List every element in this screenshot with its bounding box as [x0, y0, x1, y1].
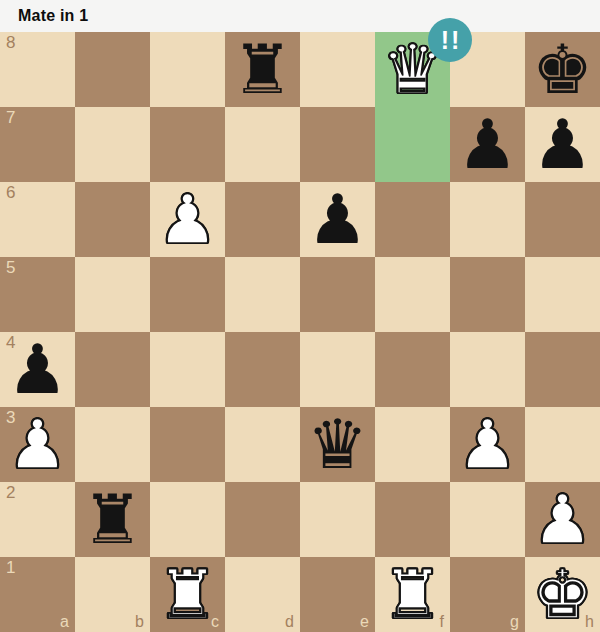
square-h7[interactable]: ♟ — [525, 107, 600, 182]
brilliant-move-badge: !! — [428, 18, 472, 62]
square-h5[interactable] — [525, 257, 600, 332]
rank-label-8: 8 — [6, 34, 15, 53]
black-rook-b2[interactable]: ♜ — [82, 482, 143, 557]
square-d3[interactable] — [225, 407, 300, 482]
square-e2[interactable] — [300, 482, 375, 557]
square-a1[interactable]: 1a — [0, 557, 75, 632]
square-e6[interactable]: ♟ — [300, 182, 375, 257]
black-pawn-g7[interactable]: ♟ — [457, 107, 518, 182]
square-h2[interactable]: ♟ — [525, 482, 600, 557]
black-pawn-a4[interactable]: ♟ — [7, 332, 68, 407]
square-b1[interactable]: b — [75, 557, 150, 632]
white-rook-f1[interactable]: ♜ — [382, 557, 443, 632]
rank-label-6: 6 — [6, 184, 15, 203]
square-f7[interactable] — [375, 107, 450, 182]
file-label-d: d — [285, 613, 294, 631]
square-e3[interactable]: ♛ — [300, 407, 375, 482]
white-pawn-a3[interactable]: ♟ — [7, 407, 68, 482]
square-f6[interactable] — [375, 182, 450, 257]
square-g7[interactable]: ♟ — [450, 107, 525, 182]
square-c4[interactable] — [150, 332, 225, 407]
file-label-e: e — [360, 613, 369, 631]
square-d7[interactable] — [225, 107, 300, 182]
square-e5[interactable] — [300, 257, 375, 332]
black-pawn-h7[interactable]: ♟ — [532, 107, 593, 182]
square-h1[interactable]: h♚ — [525, 557, 600, 632]
square-f5[interactable] — [375, 257, 450, 332]
square-g2[interactable] — [450, 482, 525, 557]
square-f1[interactable]: f♜ — [375, 557, 450, 632]
square-a4[interactable]: 4♟ — [0, 332, 75, 407]
white-king-h1[interactable]: ♚ — [532, 557, 593, 632]
square-g3[interactable]: ♟ — [450, 407, 525, 482]
square-b2[interactable]: ♜ — [75, 482, 150, 557]
square-f2[interactable] — [375, 482, 450, 557]
square-e1[interactable]: e — [300, 557, 375, 632]
white-pawn-h2[interactable]: ♟ — [532, 482, 593, 557]
square-c8[interactable] — [150, 32, 225, 107]
square-c6[interactable]: ♟ — [150, 182, 225, 257]
square-h8[interactable]: ♚ — [525, 32, 600, 107]
square-c5[interactable] — [150, 257, 225, 332]
rank-label-7: 7 — [6, 109, 15, 128]
square-h4[interactable] — [525, 332, 600, 407]
square-e7[interactable] — [300, 107, 375, 182]
black-queen-e3[interactable]: ♛ — [307, 407, 368, 482]
square-f4[interactable] — [375, 332, 450, 407]
square-a6[interactable]: 6 — [0, 182, 75, 257]
rank-label-1: 1 — [6, 559, 15, 578]
square-a7[interactable]: 7 — [0, 107, 75, 182]
square-c1[interactable]: c♜ — [150, 557, 225, 632]
white-pawn-g3[interactable]: ♟ — [457, 407, 518, 482]
square-d6[interactable] — [225, 182, 300, 257]
square-c2[interactable] — [150, 482, 225, 557]
square-b5[interactable] — [75, 257, 150, 332]
white-pawn-c6[interactable]: ♟ — [157, 182, 218, 257]
rank-label-2: 2 — [6, 484, 15, 503]
square-g6[interactable] — [450, 182, 525, 257]
square-d2[interactable] — [225, 482, 300, 557]
square-e4[interactable] — [300, 332, 375, 407]
square-g1[interactable]: g — [450, 557, 525, 632]
square-b3[interactable] — [75, 407, 150, 482]
square-g4[interactable] — [450, 332, 525, 407]
square-b7[interactable] — [75, 107, 150, 182]
square-a8[interactable]: 8 — [0, 32, 75, 107]
square-b4[interactable] — [75, 332, 150, 407]
white-rook-c1[interactable]: ♜ — [157, 557, 218, 632]
rank-label-5: 5 — [6, 259, 15, 278]
square-g5[interactable] — [450, 257, 525, 332]
square-f3[interactable] — [375, 407, 450, 482]
chess-board[interactable]: 8♜♛♚7♟♟6♟♟54♟3♟♛♟2♜♟1abc♜def♜gh♚!! — [0, 32, 600, 632]
square-c7[interactable] — [150, 107, 225, 182]
square-a3[interactable]: 3♟ — [0, 407, 75, 482]
square-d1[interactable]: d — [225, 557, 300, 632]
square-b8[interactable] — [75, 32, 150, 107]
square-c3[interactable] — [150, 407, 225, 482]
square-a5[interactable]: 5 — [0, 257, 75, 332]
square-e8[interactable] — [300, 32, 375, 107]
square-h3[interactable] — [525, 407, 600, 482]
page-title: Mate in 1 — [18, 7, 88, 25]
square-d8[interactable]: ♜ — [225, 32, 300, 107]
square-h6[interactable] — [525, 182, 600, 257]
square-b6[interactable] — [75, 182, 150, 257]
black-pawn-e6[interactable]: ♟ — [307, 182, 368, 257]
file-label-b: b — [135, 613, 144, 631]
square-d4[interactable] — [225, 332, 300, 407]
title-bar: Mate in 1 — [0, 0, 600, 32]
file-label-a: a — [60, 613, 69, 631]
square-a2[interactable]: 2 — [0, 482, 75, 557]
square-d5[interactable] — [225, 257, 300, 332]
black-king-h8[interactable]: ♚ — [532, 32, 593, 107]
black-rook-d8[interactable]: ♜ — [232, 32, 293, 107]
file-label-g: g — [510, 613, 519, 631]
